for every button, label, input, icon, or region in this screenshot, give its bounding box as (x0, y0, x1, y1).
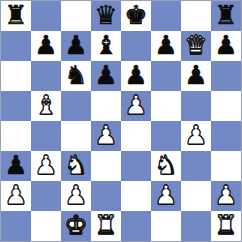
square-h8[interactable]: ♜ (211, 1, 241, 31)
square-h2[interactable]: ♟ (211, 181, 241, 211)
square-d4[interactable]: ♟ (91, 121, 121, 151)
chess-board-container: ♜♛♚♜♟♟♝♟♛♟♞♟♟♟♝♟♟♟♟♟♞♞♟♟♟♟♚♜♜ (0, 0, 242, 242)
piece-black-rook: ♜ (4, 1, 27, 30)
piece-black-pawn: ♟ (34, 31, 57, 60)
piece-black-queen: ♛ (94, 1, 117, 30)
piece-black-pawn: ♟ (154, 31, 177, 60)
piece-black-king: ♚ (124, 1, 147, 30)
piece-black-pawn: ♟ (94, 61, 117, 90)
square-a3[interactable]: ♟ (1, 151, 31, 181)
square-e5[interactable]: ♟ (121, 91, 151, 121)
square-e6[interactable]: ♟ (121, 61, 151, 91)
square-e2[interactable] (121, 181, 151, 211)
square-c4[interactable] (61, 121, 91, 151)
piece-black-pawn: ♟ (214, 31, 237, 60)
square-f5[interactable] (151, 91, 181, 121)
square-b7[interactable]: ♟ (31, 31, 61, 61)
square-b5[interactable]: ♝ (31, 91, 61, 121)
piece-black-pawn: ♟ (4, 151, 27, 180)
square-c7[interactable]: ♟ (61, 31, 91, 61)
square-c1[interactable]: ♚ (61, 211, 91, 241)
piece-white-king: ♚ (64, 211, 87, 240)
piece-white-pawn: ♟ (154, 181, 177, 210)
square-h4[interactable] (211, 121, 241, 151)
piece-white-pawn: ♟ (94, 121, 117, 150)
square-a6[interactable] (1, 61, 31, 91)
square-b2[interactable] (31, 181, 61, 211)
square-d2[interactable] (91, 181, 121, 211)
square-c3[interactable]: ♞ (61, 151, 91, 181)
square-h5[interactable] (211, 91, 241, 121)
square-g8[interactable] (181, 1, 211, 31)
square-d8[interactable]: ♛ (91, 1, 121, 31)
square-g6[interactable]: ♟ (181, 61, 211, 91)
piece-white-bishop: ♝ (34, 91, 57, 120)
piece-white-pawn: ♟ (214, 181, 237, 210)
square-e4[interactable] (121, 121, 151, 151)
piece-white-pawn: ♟ (184, 121, 207, 150)
piece-white-rook: ♜ (214, 211, 237, 240)
piece-black-pawn: ♟ (184, 61, 207, 90)
square-f8[interactable] (151, 1, 181, 31)
piece-black-bishop: ♝ (94, 31, 117, 60)
piece-white-pawn: ♟ (4, 181, 27, 210)
square-d7[interactable]: ♝ (91, 31, 121, 61)
square-d5[interactable] (91, 91, 121, 121)
square-c8[interactable] (61, 1, 91, 31)
square-g1[interactable] (181, 211, 211, 241)
piece-white-pawn: ♟ (34, 151, 57, 180)
piece-white-pawn: ♟ (64, 181, 87, 210)
square-a5[interactable] (1, 91, 31, 121)
square-h1[interactable]: ♜ (211, 211, 241, 241)
square-b1[interactable] (31, 211, 61, 241)
piece-white-queen: ♛ (184, 31, 207, 60)
square-b8[interactable] (31, 1, 61, 31)
square-f1[interactable] (151, 211, 181, 241)
square-h7[interactable]: ♟ (211, 31, 241, 61)
square-h3[interactable] (211, 151, 241, 181)
square-a1[interactable] (1, 211, 31, 241)
piece-white-rook: ♜ (94, 211, 117, 240)
piece-black-pawn: ♟ (124, 61, 147, 90)
square-d1[interactable]: ♜ (91, 211, 121, 241)
piece-white-pawn: ♟ (124, 91, 147, 120)
square-b6[interactable] (31, 61, 61, 91)
square-g3[interactable] (181, 151, 211, 181)
piece-white-knight: ♞ (64, 151, 87, 180)
square-c2[interactable]: ♟ (61, 181, 91, 211)
square-f3[interactable]: ♞ (151, 151, 181, 181)
square-h6[interactable] (211, 61, 241, 91)
square-e7[interactable] (121, 31, 151, 61)
square-g7[interactable]: ♛ (181, 31, 211, 61)
square-b3[interactable]: ♟ (31, 151, 61, 181)
square-f6[interactable] (151, 61, 181, 91)
square-f2[interactable]: ♟ (151, 181, 181, 211)
square-a8[interactable]: ♜ (1, 1, 31, 31)
square-f4[interactable] (151, 121, 181, 151)
piece-black-rook: ♜ (214, 1, 237, 30)
square-g5[interactable] (181, 91, 211, 121)
piece-black-pawn: ♟ (64, 31, 87, 60)
chess-board: ♜♛♚♜♟♟♝♟♛♟♞♟♟♟♝♟♟♟♟♟♞♞♟♟♟♟♚♜♜ (0, 0, 242, 242)
square-e8[interactable]: ♚ (121, 1, 151, 31)
square-d6[interactable]: ♟ (91, 61, 121, 91)
square-e1[interactable] (121, 211, 151, 241)
square-a7[interactable] (1, 31, 31, 61)
square-c6[interactable]: ♞ (61, 61, 91, 91)
piece-black-knight: ♞ (64, 61, 87, 90)
square-f7[interactable]: ♟ (151, 31, 181, 61)
square-c5[interactable] (61, 91, 91, 121)
square-a4[interactable] (1, 121, 31, 151)
square-g4[interactable]: ♟ (181, 121, 211, 151)
square-b4[interactable] (31, 121, 61, 151)
square-a2[interactable]: ♟ (1, 181, 31, 211)
square-g2[interactable] (181, 181, 211, 211)
piece-white-knight: ♞ (154, 151, 177, 180)
square-e3[interactable] (121, 151, 151, 181)
square-d3[interactable] (91, 151, 121, 181)
